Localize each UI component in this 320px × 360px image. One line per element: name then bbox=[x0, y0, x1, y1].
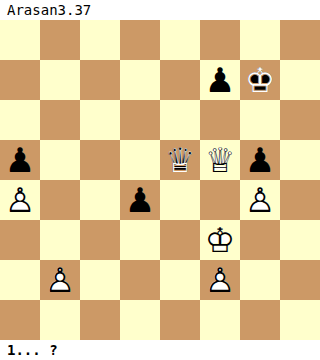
square-e4[interactable] bbox=[160, 180, 200, 220]
square-d5[interactable] bbox=[120, 140, 160, 180]
square-b2[interactable]: ♟♙ bbox=[40, 260, 80, 300]
black-pawn-fill: ♟ bbox=[120, 180, 160, 220]
square-a7[interactable] bbox=[0, 60, 40, 100]
chess-board: ♟♚♔♟♛♕♛♕♟♟♙♟♟♙♚♔♟♙♟♙ bbox=[0, 20, 320, 340]
square-d8[interactable] bbox=[120, 20, 160, 60]
square-e2[interactable] bbox=[160, 260, 200, 300]
square-g2[interactable] bbox=[240, 260, 280, 300]
square-f3[interactable]: ♚♔ bbox=[200, 220, 240, 260]
square-b1[interactable] bbox=[40, 300, 80, 340]
white-pawn-outline: ♙ bbox=[0, 180, 40, 220]
black-king[interactable]: ♚♔ bbox=[240, 60, 280, 100]
square-e8[interactable] bbox=[160, 20, 200, 60]
square-c1[interactable] bbox=[80, 300, 120, 340]
square-f8[interactable] bbox=[200, 20, 240, 60]
square-a1[interactable] bbox=[0, 300, 40, 340]
square-e3[interactable] bbox=[160, 220, 200, 260]
square-f7[interactable]: ♟ bbox=[200, 60, 240, 100]
black-pawn[interactable]: ♟ bbox=[200, 60, 240, 100]
square-g5[interactable]: ♟ bbox=[240, 140, 280, 180]
square-a8[interactable] bbox=[0, 20, 40, 60]
black-queen[interactable]: ♛♕ bbox=[160, 140, 200, 180]
square-c5[interactable] bbox=[80, 140, 120, 180]
square-b8[interactable] bbox=[40, 20, 80, 60]
square-f1[interactable] bbox=[200, 300, 240, 340]
square-e6[interactable] bbox=[160, 100, 200, 140]
square-c6[interactable] bbox=[80, 100, 120, 140]
square-f4[interactable] bbox=[200, 180, 240, 220]
square-f2[interactable]: ♟♙ bbox=[200, 260, 240, 300]
black-pawn[interactable]: ♟ bbox=[0, 140, 40, 180]
white-pawn[interactable]: ♟♙ bbox=[200, 260, 240, 300]
square-e5[interactable]: ♛♕ bbox=[160, 140, 200, 180]
white-pawn-outline: ♙ bbox=[240, 180, 280, 220]
move-prompt: 1... ? bbox=[0, 340, 320, 360]
white-pawn[interactable]: ♟♙ bbox=[40, 260, 80, 300]
arasan-window: Arasan3.37 ♟♚♔♟♛♕♛♕♟♟♙♟♟♙♚♔♟♙♟♙ 1... ? bbox=[0, 0, 320, 360]
black-pawn[interactable]: ♟ bbox=[240, 140, 280, 180]
square-b7[interactable] bbox=[40, 60, 80, 100]
square-b6[interactable] bbox=[40, 100, 80, 140]
square-h6[interactable] bbox=[280, 100, 320, 140]
square-g6[interactable] bbox=[240, 100, 280, 140]
square-h5[interactable] bbox=[280, 140, 320, 180]
black-king-outline: ♔ bbox=[240, 60, 280, 100]
square-f5[interactable]: ♛♕ bbox=[200, 140, 240, 180]
square-d3[interactable] bbox=[120, 220, 160, 260]
black-pawn-fill: ♟ bbox=[240, 140, 280, 180]
square-h2[interactable] bbox=[280, 260, 320, 300]
white-pawn[interactable]: ♟♙ bbox=[0, 180, 40, 220]
white-queen[interactable]: ♛♕ bbox=[200, 140, 240, 180]
square-g1[interactable] bbox=[240, 300, 280, 340]
black-pawn[interactable]: ♟ bbox=[120, 180, 160, 220]
square-b3[interactable] bbox=[40, 220, 80, 260]
square-g4[interactable]: ♟♙ bbox=[240, 180, 280, 220]
square-a5[interactable]: ♟ bbox=[0, 140, 40, 180]
square-e7[interactable] bbox=[160, 60, 200, 100]
square-e1[interactable] bbox=[160, 300, 200, 340]
square-g7[interactable]: ♚♔ bbox=[240, 60, 280, 100]
black-queen-outline: ♕ bbox=[160, 140, 200, 180]
square-a4[interactable]: ♟♙ bbox=[0, 180, 40, 220]
square-d7[interactable] bbox=[120, 60, 160, 100]
square-d1[interactable] bbox=[120, 300, 160, 340]
black-pawn-fill: ♟ bbox=[0, 140, 40, 180]
square-c8[interactable] bbox=[80, 20, 120, 60]
white-pawn[interactable]: ♟♙ bbox=[240, 180, 280, 220]
square-f6[interactable] bbox=[200, 100, 240, 140]
square-b5[interactable] bbox=[40, 140, 80, 180]
square-d2[interactable] bbox=[120, 260, 160, 300]
square-a6[interactable] bbox=[0, 100, 40, 140]
square-h3[interactable] bbox=[280, 220, 320, 260]
white-pawn-outline: ♙ bbox=[200, 260, 240, 300]
square-b4[interactable] bbox=[40, 180, 80, 220]
square-c7[interactable] bbox=[80, 60, 120, 100]
square-g3[interactable] bbox=[240, 220, 280, 260]
white-queen-outline: ♕ bbox=[200, 140, 240, 180]
square-h1[interactable] bbox=[280, 300, 320, 340]
window-title: Arasan3.37 bbox=[0, 0, 320, 20]
square-d6[interactable] bbox=[120, 100, 160, 140]
square-h8[interactable] bbox=[280, 20, 320, 60]
white-king[interactable]: ♚♔ bbox=[200, 220, 240, 260]
white-pawn-outline: ♙ bbox=[40, 260, 80, 300]
square-g8[interactable] bbox=[240, 20, 280, 60]
square-c3[interactable] bbox=[80, 220, 120, 260]
white-king-outline: ♔ bbox=[200, 220, 240, 260]
square-c2[interactable] bbox=[80, 260, 120, 300]
square-d4[interactable]: ♟ bbox=[120, 180, 160, 220]
square-h7[interactable] bbox=[280, 60, 320, 100]
square-c4[interactable] bbox=[80, 180, 120, 220]
square-a3[interactable] bbox=[0, 220, 40, 260]
black-pawn-fill: ♟ bbox=[200, 60, 240, 100]
square-h4[interactable] bbox=[280, 180, 320, 220]
square-a2[interactable] bbox=[0, 260, 40, 300]
